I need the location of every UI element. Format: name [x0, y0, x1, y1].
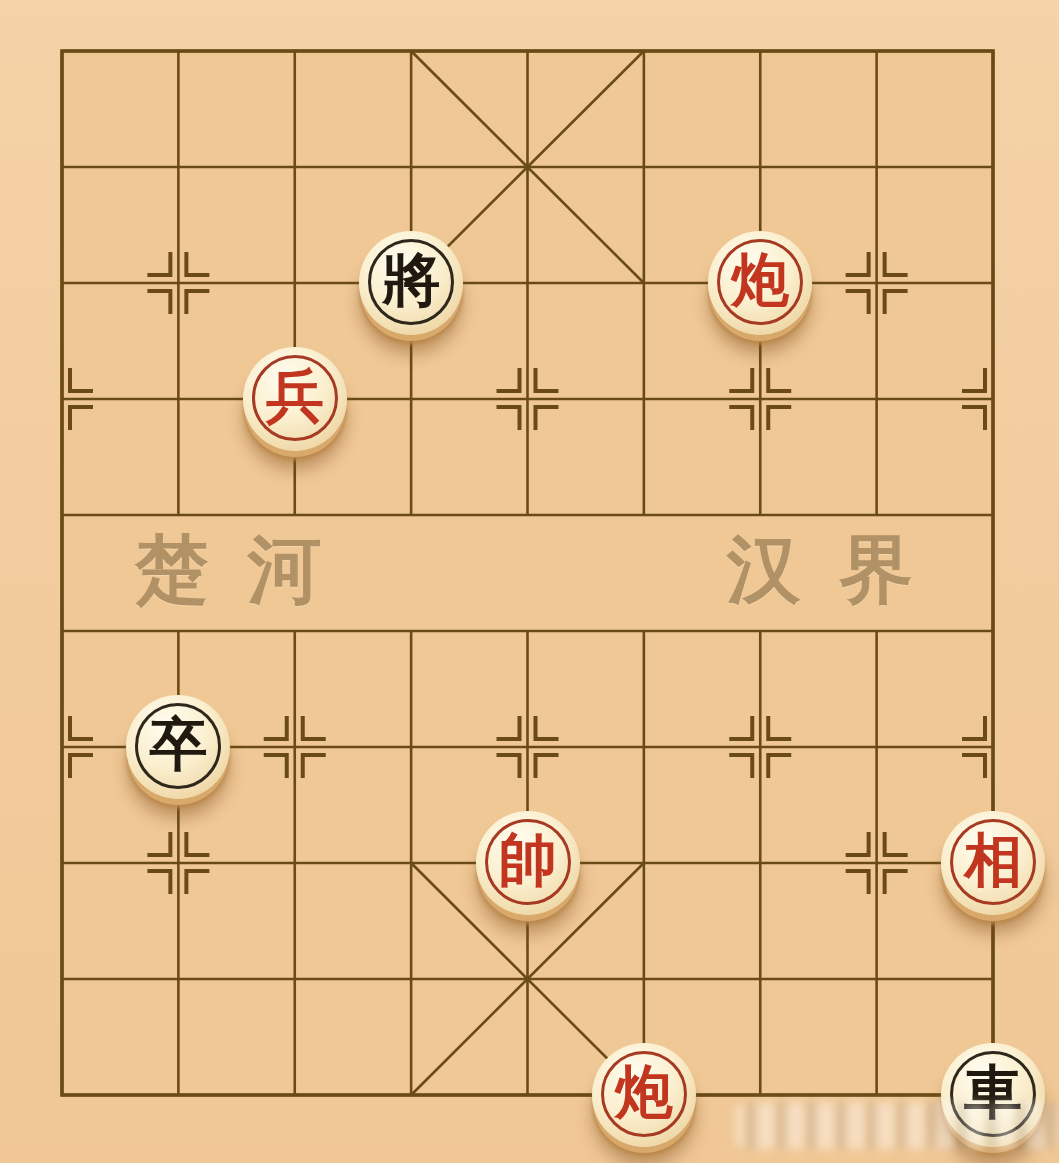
river-label-han-jie: 汉界 [690, 512, 950, 630]
piece-ring: 兵 [252, 355, 338, 441]
river-label-chu-he: 楚河 [98, 512, 358, 630]
piece-character: 卒 [149, 715, 207, 773]
piece-ring: 炮 [601, 1051, 687, 1137]
xiangqi-board[interactable]: 楚河 汉界 將炮兵卒帥相炮車 [0, 0, 1059, 1163]
piece-character: 炮 [731, 251, 789, 309]
piece-red-cannon-1[interactable]: 炮 [708, 231, 812, 335]
piece-character: 兵 [266, 367, 324, 425]
piece-ring: 相 [950, 819, 1036, 905]
piece-red-cannon-2[interactable]: 炮 [592, 1043, 696, 1147]
piece-red-elephant[interactable]: 相 [941, 811, 1045, 915]
piece-character: 將 [382, 251, 440, 309]
piece-ring: 炮 [717, 239, 803, 325]
piece-character: 炮 [615, 1063, 673, 1121]
piece-red-soldier[interactable]: 兵 [243, 347, 347, 451]
piece-ring: 卒 [135, 703, 221, 789]
piece-black-general[interactable]: 將 [359, 231, 463, 335]
xiangqi-app: 楚河 汉界 將炮兵卒帥相炮車 [0, 0, 1059, 1163]
piece-ring: 帥 [485, 819, 571, 905]
piece-character: 帥 [499, 831, 557, 889]
watermark-smudge [736, 1102, 1059, 1149]
piece-black-soldier[interactable]: 卒 [126, 695, 230, 799]
piece-ring: 將 [368, 239, 454, 325]
piece-red-general[interactable]: 帥 [476, 811, 580, 915]
piece-character: 相 [964, 831, 1022, 889]
